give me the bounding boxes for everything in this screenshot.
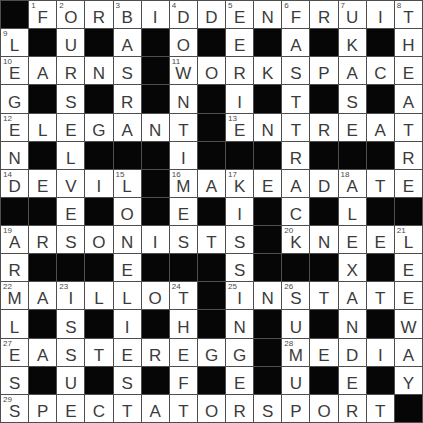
cell-letter: D — [310, 178, 337, 195]
cell-letter: U — [282, 319, 309, 336]
cell-letter: A — [114, 122, 141, 139]
grid-cell[interactable]: A — [114, 29, 141, 56]
cell-letter: I — [142, 234, 169, 251]
grid-cell[interactable]: G — [1, 85, 28, 112]
grid-cell[interactable]: S — [1, 367, 28, 394]
grid-cell[interactable]: L — [57, 142, 84, 169]
grid-cell[interactable]: G — [85, 114, 112, 141]
cell-letter: E — [226, 37, 253, 54]
grid-cell[interactable]: D — [339, 339, 366, 366]
grid-cell[interactable]: R — [29, 226, 56, 253]
cell-letter: R — [114, 94, 141, 111]
grid-cell[interactable]: 22M — [1, 282, 28, 309]
grid-cell[interactable]: S — [339, 85, 366, 112]
grid-cell[interactable]: T — [85, 339, 112, 366]
cell-letter: E — [57, 403, 84, 420]
grid-cell[interactable]: E — [170, 339, 197, 366]
grid-cell[interactable]: A — [29, 282, 56, 309]
grid-cell[interactable]: C — [85, 395, 112, 422]
grid-cell[interactable]: 15L — [114, 170, 141, 197]
grid-cell[interactable]: I — [142, 1, 169, 28]
grid-cell[interactable]: 27E — [1, 339, 28, 366]
grid-cell[interactable]: V — [57, 170, 84, 197]
grid-cell[interactable]: 10E — [1, 57, 28, 84]
cell-letter: S — [170, 234, 197, 251]
cell-letter: E — [1, 347, 28, 364]
cell-letter: E — [226, 375, 253, 392]
cell-letter: R — [395, 150, 422, 167]
grid-cell[interactable]: A — [282, 170, 309, 197]
cell-letter: E — [226, 9, 253, 26]
grid-cell[interactable]: I — [367, 339, 394, 366]
cell-letter: U — [339, 9, 366, 26]
cell-letter: E — [395, 65, 422, 82]
cell-letter: S — [282, 65, 309, 82]
grid-cell[interactable]: R — [1, 254, 28, 281]
cell-letter: E — [367, 234, 394, 251]
black-cell — [85, 85, 112, 112]
grid-cell[interactable]: S — [114, 367, 141, 394]
grid-cell[interactable]: O — [170, 29, 197, 56]
black-cell — [1, 198, 28, 225]
grid-cell[interactable]: R — [114, 85, 141, 112]
cell-letter: A — [29, 290, 56, 307]
cell-letter: O — [170, 37, 197, 54]
grid-cell[interactable]: Y — [395, 367, 422, 394]
cell-letter: I — [85, 178, 112, 195]
cell-letter: R — [142, 347, 169, 364]
grid-cell[interactable]: A — [395, 339, 422, 366]
grid-cell[interactable]: E — [395, 282, 422, 309]
cell-letter: S — [226, 262, 253, 279]
grid-cell[interactable]: G — [198, 339, 225, 366]
cell-letter: N — [226, 319, 253, 336]
grid-cell[interactable]: 24T — [170, 282, 197, 309]
cell-letter: R — [310, 122, 337, 139]
black-cell — [85, 29, 112, 56]
grid-cell[interactable]: A — [339, 282, 366, 309]
grid-cell[interactable]: E — [114, 339, 141, 366]
black-cell — [254, 198, 281, 225]
cell-letter: A — [367, 122, 394, 139]
cell-letter: G — [198, 347, 225, 364]
cell-letter: R — [310, 9, 337, 26]
cell-letter: O — [198, 403, 225, 420]
black-cell — [198, 142, 225, 169]
grid-cell[interactable]: 19A — [1, 226, 28, 253]
grid-cell[interactable]: K — [339, 29, 366, 56]
grid-cell[interactable]: A — [395, 85, 422, 112]
grid-cell[interactable]: 21L — [395, 226, 422, 253]
black-cell — [254, 310, 281, 337]
grid-cell[interactable]: L — [85, 282, 112, 309]
cell-letter: A — [198, 178, 225, 195]
black-cell — [198, 198, 225, 225]
grid-cell[interactable]: T — [282, 85, 309, 112]
black-cell — [282, 254, 309, 281]
grid-cell[interactable]: W — [395, 310, 422, 337]
grid-cell[interactable]: S — [57, 85, 84, 112]
cell-letter: W — [170, 65, 197, 82]
grid-cell[interactable]: S — [57, 226, 84, 253]
black-cell — [198, 29, 225, 56]
black-cell — [395, 395, 422, 422]
cell-letter: O — [114, 206, 141, 223]
cell-letter: N — [85, 65, 112, 82]
grid-cell[interactable]: E — [57, 198, 84, 225]
grid-cell[interactable]: R — [282, 142, 309, 169]
grid-cell[interactable]: N — [254, 114, 281, 141]
cell-letter: A — [395, 347, 422, 364]
grid-cell[interactable]: E — [254, 170, 281, 197]
cell-letter: G — [226, 347, 253, 364]
cell-letter: A — [395, 94, 422, 111]
cell-letter: Y — [395, 375, 422, 392]
grid-cell[interactable]: N — [114, 226, 141, 253]
cell-letter: T — [367, 403, 394, 420]
cell-letter: E — [1, 65, 28, 82]
grid-cell[interactable]: 1F — [29, 1, 56, 28]
grid-cell[interactable]: 7U — [339, 1, 366, 28]
grid-cell[interactable]: E — [114, 254, 141, 281]
grid-cell[interactable]: I — [226, 85, 253, 112]
cell-letter: D — [198, 9, 225, 26]
cell-letter: E — [254, 178, 281, 195]
cell-letter: M — [170, 178, 197, 195]
grid-cell[interactable]: 28M — [282, 339, 309, 366]
grid-cell[interactable]: A — [29, 339, 56, 366]
cell-letter: C — [85, 403, 112, 420]
cell-letter: T — [114, 403, 141, 420]
cell-letter: N — [254, 9, 281, 26]
grid-cell[interactable]: E — [310, 339, 337, 366]
cell-letter: E — [395, 178, 422, 195]
cell-letter: R — [1, 262, 28, 279]
cell-letter: T — [367, 178, 394, 195]
grid-cell[interactable]: 11W — [170, 57, 197, 84]
grid-cell[interactable]: S — [57, 310, 84, 337]
grid-cell[interactable]: 4D — [170, 1, 197, 28]
black-cell — [254, 367, 281, 394]
grid-cell[interactable]: I — [85, 170, 112, 197]
grid-cell[interactable]: S — [226, 226, 253, 253]
grid-cell[interactable]: O — [198, 395, 225, 422]
cell-letter: O — [198, 65, 225, 82]
cell-letter: T — [310, 290, 337, 307]
cell-letter: P — [310, 65, 337, 82]
cell-letter: A — [29, 65, 56, 82]
cell-letter: K — [339, 37, 366, 54]
cell-letter: H — [395, 37, 422, 54]
grid-cell[interactable]: 23I — [57, 282, 84, 309]
cell-letter: U — [57, 375, 84, 392]
cell-letter: L — [29, 122, 56, 139]
grid-cell[interactable]: S — [57, 339, 84, 366]
grid-cell[interactable]: I — [142, 226, 169, 253]
grid-cell[interactable]: O — [85, 226, 112, 253]
black-cell — [367, 142, 394, 169]
grid-cell[interactable]: T — [367, 395, 394, 422]
black-cell — [310, 198, 337, 225]
grid-cell[interactable]: C — [282, 198, 309, 225]
black-cell — [142, 254, 169, 281]
black-cell — [142, 57, 169, 84]
grid-cell[interactable]: A — [339, 57, 366, 84]
grid-cell[interactable]: 14D — [1, 170, 28, 197]
grid-cell[interactable]: K — [254, 57, 281, 84]
black-cell — [310, 29, 337, 56]
grid-cell[interactable]: E — [226, 367, 253, 394]
grid-cell[interactable]: O — [114, 198, 141, 225]
grid-cell[interactable]: U — [282, 367, 309, 394]
grid-cell[interactable]: H — [170, 310, 197, 337]
black-cell — [254, 339, 281, 366]
cell-letter: S — [57, 94, 84, 111]
cell-letter: T — [198, 234, 225, 251]
cell-letter: E — [29, 178, 56, 195]
black-cell — [198, 254, 225, 281]
grid-cell[interactable]: P — [29, 395, 56, 422]
grid-cell[interactable]: 8T — [395, 1, 422, 28]
grid-cell[interactable]: 6F — [282, 1, 309, 28]
grid-cell[interactable]: T — [367, 170, 394, 197]
grid-cell[interactable]: 20K — [282, 226, 309, 253]
black-cell — [198, 114, 225, 141]
cell-letter: A — [282, 37, 309, 54]
grid-cell[interactable]: P — [310, 57, 337, 84]
grid-cell[interactable]: E — [367, 226, 394, 253]
grid-cell[interactable]: C — [367, 57, 394, 84]
cell-letter: A — [282, 178, 309, 195]
grid-cell[interactable]: S — [170, 226, 197, 253]
grid-cell[interactable]: R — [310, 114, 337, 141]
grid-cell[interactable]: T — [395, 114, 422, 141]
grid-cell[interactable]: D — [310, 170, 337, 197]
cell-letter: W — [395, 319, 422, 336]
grid-cell[interactable]: N — [1, 142, 28, 169]
black-cell — [142, 142, 169, 169]
grid-cell[interactable]: L — [114, 282, 141, 309]
grid-cell[interactable]: 13E — [226, 114, 253, 141]
grid-cell[interactable]: U — [57, 29, 84, 56]
cell-letter: M — [282, 347, 309, 364]
cell-letter: L — [114, 178, 141, 195]
black-cell — [198, 282, 225, 309]
cell-letter: T — [170, 290, 197, 307]
grid-cell[interactable]: E — [170, 198, 197, 225]
grid-cell[interactable]: N — [254, 1, 281, 28]
cell-letter: A — [339, 290, 366, 307]
grid-cell[interactable]: R — [57, 57, 84, 84]
grid-cell[interactable]: A — [142, 395, 169, 422]
cell-letter: F — [282, 9, 309, 26]
grid-cell[interactable]: I — [367, 1, 394, 28]
grid-cell[interactable]: R — [226, 395, 253, 422]
grid-cell[interactable]: I — [226, 198, 253, 225]
cell-letter: S — [254, 403, 281, 420]
cell-letter: F — [29, 9, 56, 26]
cell-letter: E — [57, 122, 84, 139]
black-cell — [367, 198, 394, 225]
grid-cell[interactable]: X — [339, 254, 366, 281]
black-cell — [142, 29, 169, 56]
cell-letter: T — [395, 122, 422, 139]
grid-cell[interactable]: N — [310, 226, 337, 253]
grid-cell[interactable]: R — [226, 57, 253, 84]
black-cell — [142, 170, 169, 197]
grid-cell[interactable]: 29S — [1, 395, 28, 422]
cell-letter: E — [310, 347, 337, 364]
grid-cell[interactable]: R — [142, 339, 169, 366]
grid-cell[interactable]: 2O — [57, 1, 84, 28]
cell-letter: A — [1, 234, 28, 251]
grid-cell[interactable]: L — [1, 310, 28, 337]
black-cell — [85, 310, 112, 337]
cell-letter: E — [170, 347, 197, 364]
cell-letter: O — [310, 403, 337, 420]
cell-letter: E — [339, 375, 366, 392]
cell-letter: H — [170, 319, 197, 336]
grid-cell[interactable]: E — [339, 367, 366, 394]
grid-cell[interactable]: S — [226, 254, 253, 281]
grid-cell[interactable]: E — [57, 395, 84, 422]
cell-letter: I — [367, 347, 394, 364]
cell-letter: E — [114, 347, 141, 364]
black-cell — [226, 142, 253, 169]
black-cell — [367, 367, 394, 394]
black-cell — [142, 367, 169, 394]
cell-letter: B — [114, 9, 141, 26]
black-cell — [85, 142, 112, 169]
black-cell — [29, 142, 56, 169]
grid-cell[interactable]: 17K — [226, 170, 253, 197]
grid-cell[interactable]: 25I — [226, 282, 253, 309]
grid-cell[interactable]: T — [282, 114, 309, 141]
cell-letter: R — [226, 65, 253, 82]
cell-letter: K — [282, 234, 309, 251]
grid-cell[interactable]: 3B — [114, 1, 141, 28]
grid-cell[interactable]: T — [198, 226, 225, 253]
grid-cell[interactable]: A — [29, 57, 56, 84]
cell-letter: R — [85, 9, 112, 26]
grid-cell[interactable]: D — [198, 1, 225, 28]
grid-cell[interactable]: N — [226, 310, 253, 337]
cell-letter: E — [395, 262, 422, 279]
grid-cell[interactable]: E — [339, 114, 366, 141]
black-cell — [29, 85, 56, 112]
cell-letter: T — [170, 122, 197, 139]
grid-cell[interactable]: T — [367, 282, 394, 309]
cell-letter: E — [1, 122, 28, 139]
cell-letter: D — [1, 178, 28, 195]
grid-cell[interactable]: T — [310, 282, 337, 309]
cell-letter: N — [114, 234, 141, 251]
grid-cell[interactable]: I — [114, 310, 141, 337]
grid-cell[interactable]: N — [254, 282, 281, 309]
grid-cell[interactable]: 5E — [226, 1, 253, 28]
grid-cell[interactable]: A — [367, 114, 394, 141]
grid-cell[interactable]: 18A — [339, 170, 366, 197]
black-cell — [29, 198, 56, 225]
grid-cell[interactable]: S — [254, 395, 281, 422]
grid-cell[interactable]: T — [170, 114, 197, 141]
grid-cell[interactable]: O — [198, 57, 225, 84]
cell-letter: K — [226, 178, 253, 195]
black-cell — [254, 226, 281, 253]
grid-cell[interactable]: P — [282, 395, 309, 422]
grid-cell[interactable]: H — [395, 29, 422, 56]
cell-letter: I — [367, 9, 394, 26]
cell-letter: O — [85, 234, 112, 251]
grid-cell[interactable]: N — [142, 114, 169, 141]
grid-cell[interactable]: U — [57, 367, 84, 394]
black-cell — [57, 254, 84, 281]
cell-letter: A — [142, 403, 169, 420]
cell-letter: R — [339, 403, 366, 420]
grid-cell[interactable]: N — [339, 310, 366, 337]
grid-cell[interactable]: A — [114, 114, 141, 141]
cell-letter: N — [254, 290, 281, 307]
cell-letter: F — [170, 375, 197, 392]
grid-cell[interactable]: E — [395, 254, 422, 281]
cell-letter: E — [170, 206, 197, 223]
cell-letter: O — [142, 290, 169, 307]
grid-cell[interactable]: L — [29, 114, 56, 141]
cell-letter: T — [367, 290, 394, 307]
grid-cell[interactable]: E — [29, 170, 56, 197]
cell-letter: L — [57, 150, 84, 167]
grid-cell[interactable]: S — [282, 57, 309, 84]
grid-cell[interactable]: T — [170, 395, 197, 422]
black-cell — [29, 367, 56, 394]
cell-letter: M — [1, 290, 28, 307]
black-cell — [29, 254, 56, 281]
grid-cell[interactable]: 9L — [1, 29, 28, 56]
grid-cell[interactable]: 12E — [1, 114, 28, 141]
grid-cell[interactable]: 26S — [282, 282, 309, 309]
grid-cell[interactable]: R — [85, 1, 112, 28]
grid-cell[interactable]: G — [226, 339, 253, 366]
grid-cell[interactable]: A — [198, 170, 225, 197]
grid-cell[interactable]: E — [226, 29, 253, 56]
grid-cell[interactable]: O — [142, 282, 169, 309]
black-cell — [29, 29, 56, 56]
grid-cell[interactable]: N — [85, 57, 112, 84]
black-cell — [339, 142, 366, 169]
black-cell — [367, 310, 394, 337]
grid-cell[interactable]: E — [395, 57, 422, 84]
grid-cell[interactable]: S — [114, 57, 141, 84]
grid-cell[interactable]: R — [339, 395, 366, 422]
grid-cell[interactable]: O — [310, 395, 337, 422]
grid-cell[interactable]: R — [310, 1, 337, 28]
grid-cell[interactable]: E — [395, 170, 422, 197]
black-cell — [367, 85, 394, 112]
grid-cell[interactable]: 16M — [170, 170, 197, 197]
grid-cell[interactable]: U — [282, 310, 309, 337]
grid-cell[interactable]: A — [282, 29, 309, 56]
grid-cell[interactable]: L — [339, 198, 366, 225]
black-cell — [142, 85, 169, 112]
cell-letter: E — [339, 234, 366, 251]
grid-cell[interactable]: E — [339, 226, 366, 253]
grid-cell[interactable]: R — [395, 142, 422, 169]
grid-cell[interactable]: F — [170, 367, 197, 394]
grid-cell[interactable]: E — [57, 114, 84, 141]
grid-cell[interactable]: N — [170, 85, 197, 112]
grid-cell[interactable]: I — [170, 142, 197, 169]
grid-cell[interactable]: T — [114, 395, 141, 422]
